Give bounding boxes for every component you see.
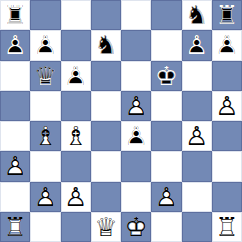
square-c3[interactable]: [61, 151, 91, 181]
square-d5[interactable]: [91, 91, 121, 121]
pawn-outline-icon: ♙: [122, 92, 150, 120]
square-f1[interactable]: [151, 212, 181, 242]
pawn-outline-icon: ♙: [213, 92, 241, 120]
square-a2[interactable]: [0, 182, 30, 212]
square-e4[interactable]: ♟♙: [121, 121, 151, 151]
piece-white-pawn[interactable]: ♟♙: [62, 183, 90, 211]
piece-white-pawn[interactable]: ♟♙: [152, 183, 180, 211]
square-b6[interactable]: ♛♕: [30, 61, 60, 91]
pawn-outline-icon: ♙: [122, 122, 150, 150]
square-b4[interactable]: ♝♗: [30, 121, 60, 151]
square-h6[interactable]: [212, 61, 242, 91]
square-h5[interactable]: ♟♙: [212, 91, 242, 121]
square-b8[interactable]: [30, 0, 60, 30]
square-b3[interactable]: [30, 151, 60, 181]
square-a3[interactable]: ♟♙: [0, 151, 30, 181]
square-g1[interactable]: [182, 212, 212, 242]
pawn-outline-icon: ♙: [1, 152, 29, 180]
piece-white-bishop[interactable]: ♝♗: [62, 122, 90, 150]
piece-white-pawn[interactable]: ♟♙: [183, 122, 211, 150]
square-e3[interactable]: [121, 151, 151, 181]
square-g5[interactable]: [182, 91, 212, 121]
square-h7[interactable]: ♟♙: [212, 30, 242, 60]
queen-outline-icon: ♕: [92, 213, 120, 241]
square-d3[interactable]: [91, 151, 121, 181]
knight-outline-icon: ♘: [92, 31, 120, 59]
piece-white-bishop[interactable]: ♝♗: [31, 122, 59, 150]
square-a7[interactable]: ♟♙: [0, 30, 30, 60]
square-c6[interactable]: ♟♙: [61, 61, 91, 91]
square-g6[interactable]: [182, 61, 212, 91]
square-h1[interactable]: ♜♖: [212, 212, 242, 242]
square-e8[interactable]: [121, 0, 151, 30]
rook-outline-icon: ♖: [1, 213, 29, 241]
pawn-outline-icon: ♙: [62, 183, 90, 211]
bishop-outline-icon: ♗: [31, 122, 59, 150]
piece-white-pawn[interactable]: ♟♙: [122, 92, 150, 120]
rook-outline-icon: ♖: [1, 1, 29, 29]
pawn-outline-icon: ♙: [31, 31, 59, 59]
pawn-outline-icon: ♙: [152, 183, 180, 211]
pawn-outline-icon: ♙: [213, 31, 241, 59]
square-a4[interactable]: [0, 121, 30, 151]
pawn-outline-icon: ♙: [183, 122, 211, 150]
piece-black-pawn[interactable]: ♟♙: [62, 62, 90, 90]
pawn-outline-icon: ♙: [183, 31, 211, 59]
rook-outline-icon: ♖: [213, 1, 241, 29]
square-f2[interactable]: ♟♙: [151, 182, 181, 212]
knight-outline-icon: ♘: [183, 1, 211, 29]
square-h3[interactable]: [212, 151, 242, 181]
square-c5[interactable]: [61, 91, 91, 121]
piece-white-rook[interactable]: ♜♖: [213, 213, 241, 241]
square-e2[interactable]: [121, 182, 151, 212]
king-outline-icon: ♔: [122, 213, 150, 241]
square-d1[interactable]: ♛♕: [91, 212, 121, 242]
square-f5[interactable]: [151, 91, 181, 121]
piece-black-king[interactable]: ♚♔: [152, 62, 180, 90]
square-h4[interactable]: [212, 121, 242, 151]
piece-black-pawn[interactable]: ♟♙: [213, 31, 241, 59]
chess-board: ♜♖♞♘♜♖♟♙♟♙♞♘♟♙♟♙♛♕♟♙♚♔♟♙♟♙♝♗♝♗♟♙♟♙♟♙♟♙♟♙…: [0, 0, 242, 242]
square-g3[interactable]: [182, 151, 212, 181]
piece-white-pawn[interactable]: ♟♙: [31, 183, 59, 211]
pawn-outline-icon: ♙: [1, 31, 29, 59]
square-g4[interactable]: ♟♙: [182, 121, 212, 151]
square-b5[interactable]: [30, 91, 60, 121]
square-d8[interactable]: [91, 0, 121, 30]
square-a5[interactable]: [0, 91, 30, 121]
square-g7[interactable]: ♟♙: [182, 30, 212, 60]
square-c4[interactable]: ♝♗: [61, 121, 91, 151]
rook-outline-icon: ♖: [213, 213, 241, 241]
square-c8[interactable]: [61, 0, 91, 30]
square-a1[interactable]: ♜♖: [0, 212, 30, 242]
square-f3[interactable]: [151, 151, 181, 181]
square-c7[interactable]: [61, 30, 91, 60]
square-e6[interactable]: [121, 61, 151, 91]
square-b1[interactable]: [30, 212, 60, 242]
square-b2[interactable]: ♟♙: [30, 182, 60, 212]
piece-white-king[interactable]: ♚♔: [122, 213, 150, 241]
queen-outline-icon: ♕: [31, 62, 59, 90]
square-f8[interactable]: [151, 0, 181, 30]
square-g8[interactable]: ♞♘: [182, 0, 212, 30]
square-g2[interactable]: [182, 182, 212, 212]
square-d7[interactable]: ♞♘: [91, 30, 121, 60]
piece-black-rook[interactable]: ♜♖: [213, 1, 241, 29]
square-h8[interactable]: ♜♖: [212, 0, 242, 30]
square-d2[interactable]: [91, 182, 121, 212]
piece-black-knight[interactable]: ♞♘: [92, 31, 120, 59]
piece-black-queen[interactable]: ♛♕: [31, 62, 59, 90]
square-f4[interactable]: [151, 121, 181, 151]
square-e1[interactable]: ♚♔: [121, 212, 151, 242]
bishop-outline-icon: ♗: [62, 122, 90, 150]
square-d4[interactable]: [91, 121, 121, 151]
square-f7[interactable]: [151, 30, 181, 60]
piece-white-pawn[interactable]: ♟♙: [1, 152, 29, 180]
pawn-outline-icon: ♙: [62, 62, 90, 90]
piece-black-knight[interactable]: ♞♘: [183, 1, 211, 29]
piece-black-rook[interactable]: ♜♖: [1, 1, 29, 29]
square-d6[interactable]: [91, 61, 121, 91]
piece-black-pawn[interactable]: ♟♙: [1, 31, 29, 59]
square-h2[interactable]: [212, 182, 242, 212]
piece-black-pawn[interactable]: ♟♙: [122, 122, 150, 150]
piece-white-rook[interactable]: ♜♖: [1, 213, 29, 241]
king-outline-icon: ♔: [152, 62, 180, 90]
piece-white-queen[interactable]: ♛♕: [92, 213, 120, 241]
square-e7[interactable]: [121, 30, 151, 60]
square-a6[interactable]: [0, 61, 30, 91]
pawn-outline-icon: ♙: [31, 183, 59, 211]
piece-black-pawn[interactable]: ♟♙: [31, 31, 59, 59]
square-c1[interactable]: [61, 212, 91, 242]
square-b7[interactable]: ♟♙: [30, 30, 60, 60]
square-a8[interactable]: ♜♖: [0, 0, 30, 30]
piece-white-pawn[interactable]: ♟♙: [213, 92, 241, 120]
square-f6[interactable]: ♚♔: [151, 61, 181, 91]
square-e5[interactable]: ♟♙: [121, 91, 151, 121]
square-c2[interactable]: ♟♙: [61, 182, 91, 212]
piece-black-pawn[interactable]: ♟♙: [183, 31, 211, 59]
